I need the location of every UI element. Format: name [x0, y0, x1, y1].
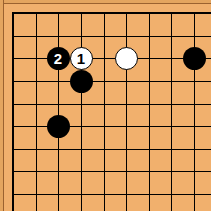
stone-label: 1 — [77, 51, 85, 66]
grid-hline — [12, 58, 211, 59]
grid-vline — [149, 12, 150, 211]
grid-hline — [12, 12, 211, 14]
black-stone — [183, 47, 206, 70]
grid-vline — [81, 12, 82, 211]
stone-label: 2 — [54, 51, 62, 66]
grid-vline — [171, 12, 172, 211]
grid-hline — [12, 194, 211, 195]
grid-vline — [194, 12, 195, 211]
board-frame-top — [0, 0, 211, 4]
grid-vline — [12, 12, 14, 211]
grid-vline — [58, 12, 59, 211]
grid-hline — [12, 126, 211, 127]
white-stone-move-1: 1 — [70, 47, 93, 70]
go-board: 21 — [0, 0, 211, 211]
grid-hline — [12, 171, 211, 172]
black-stone — [47, 115, 70, 138]
black-stone — [70, 70, 93, 93]
grid-hline — [12, 149, 211, 150]
grid-vline — [36, 12, 37, 211]
black-stone-move-2: 2 — [47, 47, 70, 70]
grid-hline — [12, 36, 211, 37]
grid-hline — [12, 81, 211, 82]
board-frame-left — [0, 0, 4, 211]
grid-vline — [104, 12, 105, 211]
grid-vline — [126, 12, 127, 211]
grid-hline — [12, 104, 211, 105]
white-stone — [115, 47, 138, 70]
